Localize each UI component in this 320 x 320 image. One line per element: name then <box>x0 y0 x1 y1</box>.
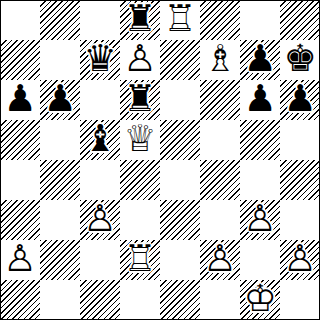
square-g2[interactable] <box>240 240 280 280</box>
square-c6[interactable] <box>80 80 120 120</box>
square-f6[interactable] <box>200 80 240 120</box>
white-piece-outline: ♙ <box>200 239 240 279</box>
square-b1[interactable] <box>40 280 80 320</box>
square-b4[interactable] <box>40 160 80 200</box>
square-h3[interactable] <box>280 200 320 240</box>
piece-white-king: ♚♔ <box>240 280 280 320</box>
piece-white-pawn: ♟♙ <box>200 240 240 280</box>
square-b5[interactable] <box>40 120 80 160</box>
black-piece-glyph: ♟ <box>280 79 320 119</box>
square-b8[interactable] <box>40 0 80 40</box>
white-piece-outline: ♕ <box>120 119 160 159</box>
piece-black-pawn: ♟ <box>280 80 320 120</box>
square-d7[interactable]: ♟♙ <box>120 40 160 80</box>
white-piece-fill: ♝ <box>200 39 240 79</box>
white-piece-fill: ♜ <box>160 0 200 39</box>
piece-black-pawn: ♟ <box>240 80 280 120</box>
white-piece-fill: ♟ <box>200 239 240 279</box>
white-piece-fill: ♟ <box>240 199 280 239</box>
piece-white-rook: ♜♖ <box>120 240 160 280</box>
square-a7[interactable] <box>0 40 40 80</box>
square-e1[interactable] <box>160 280 200 320</box>
piece-black-bishop: ♝ <box>80 120 120 160</box>
square-a3[interactable] <box>0 200 40 240</box>
square-f4[interactable] <box>200 160 240 200</box>
square-d3[interactable] <box>120 200 160 240</box>
white-piece-outline: ♙ <box>80 199 120 239</box>
square-f1[interactable] <box>200 280 240 320</box>
black-piece-glyph: ♟ <box>240 39 280 79</box>
piece-white-rook: ♜♖ <box>160 0 200 40</box>
square-c2[interactable] <box>80 240 120 280</box>
black-piece-glyph: ♟ <box>0 79 40 119</box>
piece-black-pawn: ♟ <box>240 40 280 80</box>
black-piece-glyph: ♝ <box>80 119 120 159</box>
black-piece-glyph: ♛ <box>80 39 120 79</box>
square-f8[interactable] <box>200 0 240 40</box>
white-piece-outline: ♖ <box>160 0 200 39</box>
square-e4[interactable] <box>160 160 200 200</box>
square-h4[interactable] <box>280 160 320 200</box>
square-g7[interactable]: ♟ <box>240 40 280 80</box>
square-c3[interactable]: ♟♙ <box>80 200 120 240</box>
square-h1[interactable] <box>280 280 320 320</box>
square-e5[interactable] <box>160 120 200 160</box>
square-h6[interactable]: ♟ <box>280 80 320 120</box>
white-piece-outline: ♖ <box>120 239 160 279</box>
square-a4[interactable] <box>0 160 40 200</box>
square-e2[interactable] <box>160 240 200 280</box>
piece-white-pawn: ♟♙ <box>120 40 160 80</box>
square-d8[interactable]: ♜ <box>120 0 160 40</box>
white-piece-outline: ♗ <box>200 39 240 79</box>
white-piece-outline: ♙ <box>0 239 40 279</box>
white-piece-fill: ♟ <box>80 199 120 239</box>
white-piece-fill: ♜ <box>120 239 160 279</box>
square-f2[interactable]: ♟♙ <box>200 240 240 280</box>
square-a6[interactable]: ♟ <box>0 80 40 120</box>
square-c7[interactable]: ♛ <box>80 40 120 80</box>
piece-white-pawn: ♟♙ <box>0 240 40 280</box>
square-b2[interactable] <box>40 240 80 280</box>
square-e6[interactable] <box>160 80 200 120</box>
square-d6[interactable]: ♜ <box>120 80 160 120</box>
square-g8[interactable] <box>240 0 280 40</box>
piece-black-king: ♚ <box>280 40 320 80</box>
piece-white-pawn: ♟♙ <box>80 200 120 240</box>
square-a2[interactable]: ♟♙ <box>0 240 40 280</box>
square-g5[interactable] <box>240 120 280 160</box>
square-c1[interactable] <box>80 280 120 320</box>
square-g6[interactable]: ♟ <box>240 80 280 120</box>
black-piece-glyph: ♟ <box>40 79 80 119</box>
square-g1[interactable]: ♚♔ <box>240 280 280 320</box>
square-h7[interactable]: ♚ <box>280 40 320 80</box>
square-g3[interactable]: ♟♙ <box>240 200 280 240</box>
piece-white-pawn: ♟♙ <box>240 200 280 240</box>
square-a5[interactable] <box>0 120 40 160</box>
white-piece-fill: ♛ <box>120 119 160 159</box>
piece-white-bishop: ♝♗ <box>200 40 240 80</box>
square-g4[interactable] <box>240 160 280 200</box>
square-h5[interactable] <box>280 120 320 160</box>
square-c8[interactable] <box>80 0 120 40</box>
white-piece-outline: ♙ <box>280 239 320 279</box>
square-c5[interactable]: ♝ <box>80 120 120 160</box>
square-f3[interactable] <box>200 200 240 240</box>
square-a1[interactable] <box>0 280 40 320</box>
square-b7[interactable] <box>40 40 80 80</box>
chess-board: ♜♜♖♛♟♙♝♗♟♚♟♟♜♟♟♝♛♕♟♙♟♙♟♙♜♖♟♙♟♙♚♔ <box>0 0 320 320</box>
square-e7[interactable] <box>160 40 200 80</box>
piece-black-pawn: ♟ <box>0 80 40 120</box>
square-b6[interactable]: ♟ <box>40 80 80 120</box>
square-f7[interactable]: ♝♗ <box>200 40 240 80</box>
square-e3[interactable] <box>160 200 200 240</box>
square-f5[interactable] <box>200 120 240 160</box>
white-piece-outline: ♙ <box>240 199 280 239</box>
white-piece-outline: ♔ <box>240 279 280 319</box>
black-piece-glyph: ♟ <box>240 79 280 119</box>
square-e8[interactable]: ♜♖ <box>160 0 200 40</box>
square-d4[interactable] <box>120 160 160 200</box>
square-c4[interactable] <box>80 160 120 200</box>
black-piece-glyph: ♜ <box>120 79 160 119</box>
square-h2[interactable]: ♟♙ <box>280 240 320 280</box>
piece-black-pawn: ♟ <box>40 80 80 120</box>
square-d5[interactable]: ♛♕ <box>120 120 160 160</box>
square-b3[interactable] <box>40 200 80 240</box>
piece-white-queen: ♛♕ <box>120 120 160 160</box>
white-piece-fill: ♚ <box>240 279 280 319</box>
white-piece-fill: ♟ <box>280 239 320 279</box>
square-h8[interactable] <box>280 0 320 40</box>
square-a8[interactable] <box>0 0 40 40</box>
black-piece-glyph: ♚ <box>280 39 320 79</box>
white-piece-fill: ♟ <box>120 39 160 79</box>
white-piece-outline: ♙ <box>120 39 160 79</box>
square-d1[interactable] <box>120 280 160 320</box>
square-d2[interactable]: ♜♖ <box>120 240 160 280</box>
piece-white-pawn: ♟♙ <box>280 240 320 280</box>
piece-black-queen: ♛ <box>80 40 120 80</box>
black-piece-glyph: ♜ <box>120 0 160 39</box>
piece-black-rook: ♜ <box>120 80 160 120</box>
piece-black-rook: ♜ <box>120 0 160 40</box>
white-piece-fill: ♟ <box>0 239 40 279</box>
